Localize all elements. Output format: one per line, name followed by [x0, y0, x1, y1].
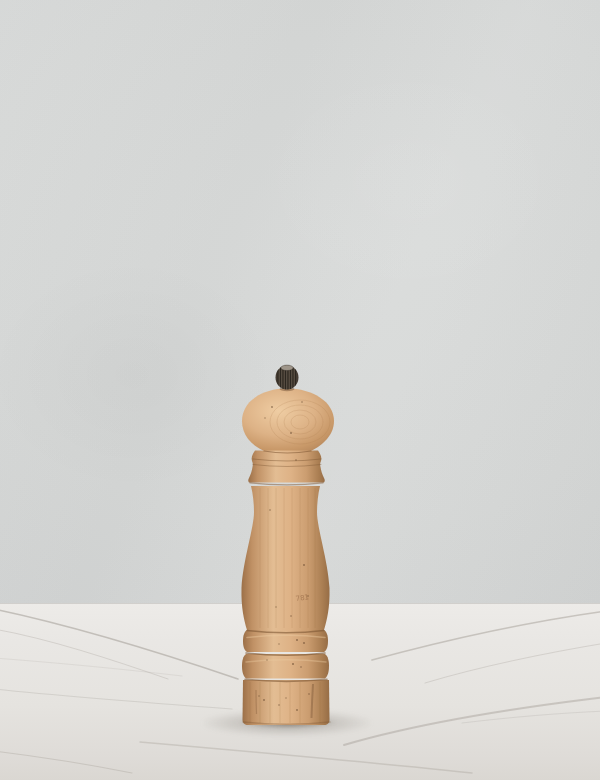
marble-vein	[140, 742, 472, 773]
marble-vein	[372, 611, 600, 660]
marble-vein	[0, 751, 132, 773]
marble-vein	[0, 658, 182, 676]
marble-vein	[0, 689, 232, 709]
marble-vein	[0, 609, 238, 679]
knob-top-cap	[281, 365, 293, 370]
mill-body	[241, 486, 329, 630]
marble-vein	[344, 697, 600, 745]
marble-vein	[425, 643, 600, 683]
marble-vein	[462, 711, 600, 723]
photo-scene: 781	[0, 0, 600, 780]
pepper-mill: 781	[234, 360, 340, 728]
mill-ring-lower	[242, 654, 329, 679]
mill-dome-head	[242, 389, 334, 452]
